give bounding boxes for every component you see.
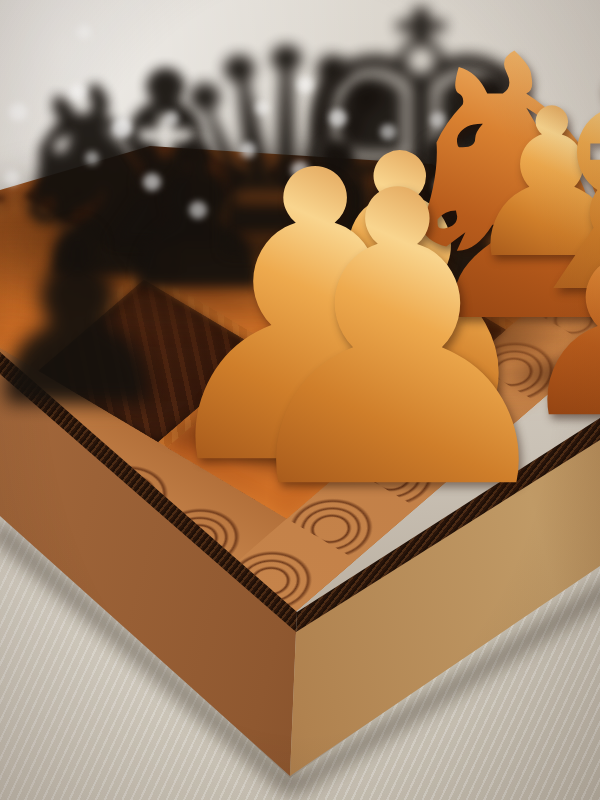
white-pawn[interactable]: ♟	[216, 140, 579, 545]
wooden-chess-set-photo: ♞♝♟♛♟♚♟♝♟♟♞♟♝♟♟♟	[0, 0, 600, 800]
